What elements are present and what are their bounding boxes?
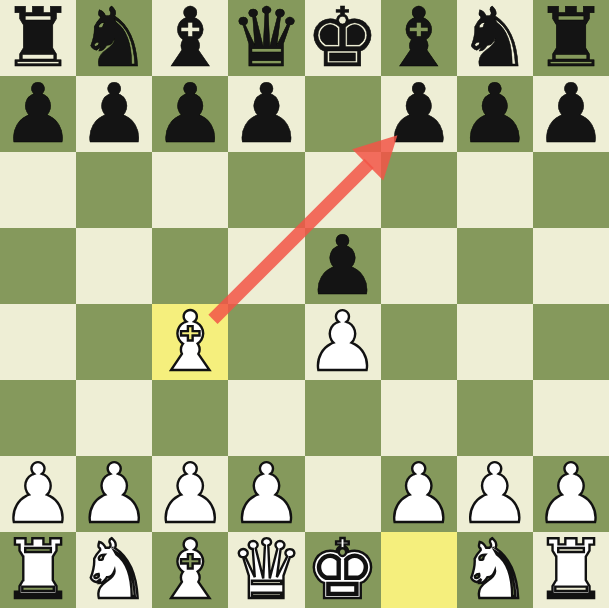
white-rook[interactable]: ♜ (1, 532, 75, 608)
square-c4[interactable]: ♝ (152, 304, 228, 380)
square-e1[interactable]: ♚ (305, 532, 381, 608)
black-pawn[interactable]: ♟ (154, 76, 228, 152)
square-h3[interactable] (533, 380, 609, 456)
black-king[interactable]: ♚ (306, 0, 380, 76)
square-h1[interactable]: ♜ (533, 532, 609, 608)
square-e3[interactable] (305, 380, 381, 456)
square-f2[interactable]: ♟ (381, 456, 457, 532)
square-d1[interactable]: ♛ (228, 532, 304, 608)
square-d3[interactable] (228, 380, 304, 456)
square-c6[interactable] (152, 152, 228, 228)
square-e2[interactable] (305, 456, 381, 532)
black-pawn[interactable]: ♟ (306, 228, 380, 304)
square-g1[interactable]: ♞ (457, 532, 533, 608)
white-knight[interactable]: ♞ (77, 532, 151, 608)
square-d8[interactable]: ♛ (228, 0, 304, 76)
white-rook[interactable]: ♜ (534, 532, 608, 608)
square-h6[interactable] (533, 152, 609, 228)
white-bishop[interactable]: ♝ (154, 304, 228, 380)
square-g2[interactable]: ♟ (457, 456, 533, 532)
square-a8[interactable]: ♜ (0, 0, 76, 76)
square-b4[interactable] (76, 304, 152, 380)
square-b2[interactable]: ♟ (76, 456, 152, 532)
square-c1[interactable]: ♝ (152, 532, 228, 608)
square-e5[interactable]: ♟ (305, 228, 381, 304)
black-knight[interactable]: ♞ (458, 0, 532, 76)
white-knight[interactable]: ♞ (458, 532, 532, 608)
white-king[interactable]: ♚ (306, 532, 380, 608)
square-h2[interactable]: ♟ (533, 456, 609, 532)
white-pawn[interactable]: ♟ (306, 304, 380, 380)
black-pawn[interactable]: ♟ (458, 76, 532, 152)
black-pawn[interactable]: ♟ (382, 76, 456, 152)
square-g5[interactable] (457, 228, 533, 304)
square-c5[interactable] (152, 228, 228, 304)
square-a2[interactable]: ♟ (0, 456, 76, 532)
white-queen[interactable]: ♛ (230, 532, 304, 608)
square-c2[interactable]: ♟ (152, 456, 228, 532)
square-c7[interactable]: ♟ (152, 76, 228, 152)
black-pawn[interactable]: ♟ (1, 76, 75, 152)
square-e6[interactable] (305, 152, 381, 228)
square-d5[interactable] (228, 228, 304, 304)
square-b5[interactable] (76, 228, 152, 304)
black-queen[interactable]: ♛ (230, 0, 304, 76)
square-f5[interactable] (381, 228, 457, 304)
white-pawn[interactable]: ♟ (77, 456, 151, 532)
square-d7[interactable]: ♟ (228, 76, 304, 152)
square-f6[interactable] (381, 152, 457, 228)
square-c8[interactable]: ♝ (152, 0, 228, 76)
square-e7[interactable] (305, 76, 381, 152)
black-knight[interactable]: ♞ (77, 0, 151, 76)
black-pawn[interactable]: ♟ (534, 76, 608, 152)
square-g4[interactable] (457, 304, 533, 380)
square-e8[interactable]: ♚ (305, 0, 381, 76)
square-g8[interactable]: ♞ (457, 0, 533, 76)
square-g7[interactable]: ♟ (457, 76, 533, 152)
square-d2[interactable]: ♟ (228, 456, 304, 532)
black-pawn[interactable]: ♟ (230, 76, 304, 152)
white-pawn[interactable]: ♟ (230, 456, 304, 532)
square-a1[interactable]: ♜ (0, 532, 76, 608)
square-d4[interactable] (228, 304, 304, 380)
square-a7[interactable]: ♟ (0, 76, 76, 152)
square-d6[interactable] (228, 152, 304, 228)
square-f4[interactable] (381, 304, 457, 380)
square-b1[interactable]: ♞ (76, 532, 152, 608)
chess-board: ♜♞♝♛♚♝♞♜♟♟♟♟♟♟♟♟♝♟♟♟♟♟♟♟♟♜♞♝♛♚♞♜ (0, 0, 609, 608)
square-f8[interactable]: ♝ (381, 0, 457, 76)
square-b3[interactable] (76, 380, 152, 456)
square-b6[interactable] (76, 152, 152, 228)
white-pawn[interactable]: ♟ (534, 456, 608, 532)
square-h8[interactable]: ♜ (533, 0, 609, 76)
square-a5[interactable] (0, 228, 76, 304)
white-pawn[interactable]: ♟ (458, 456, 532, 532)
square-g6[interactable] (457, 152, 533, 228)
white-pawn[interactable]: ♟ (154, 456, 228, 532)
square-b8[interactable]: ♞ (76, 0, 152, 76)
black-bishop[interactable]: ♝ (382, 0, 456, 76)
square-e4[interactable]: ♟ (305, 304, 381, 380)
square-h4[interactable] (533, 304, 609, 380)
square-a4[interactable] (0, 304, 76, 380)
square-h5[interactable] (533, 228, 609, 304)
square-f7[interactable]: ♟ (381, 76, 457, 152)
black-rook[interactable]: ♜ (1, 0, 75, 76)
square-g3[interactable] (457, 380, 533, 456)
black-bishop[interactable]: ♝ (154, 0, 228, 76)
square-a6[interactable] (0, 152, 76, 228)
square-a3[interactable] (0, 380, 76, 456)
square-h7[interactable]: ♟ (533, 76, 609, 152)
white-pawn[interactable]: ♟ (1, 456, 75, 532)
square-c3[interactable] (152, 380, 228, 456)
black-rook[interactable]: ♜ (534, 0, 608, 76)
white-pawn[interactable]: ♟ (382, 456, 456, 532)
square-f1[interactable] (381, 532, 457, 608)
black-pawn[interactable]: ♟ (77, 76, 151, 152)
white-bishop[interactable]: ♝ (154, 532, 228, 608)
square-b7[interactable]: ♟ (76, 76, 152, 152)
square-f3[interactable] (381, 380, 457, 456)
